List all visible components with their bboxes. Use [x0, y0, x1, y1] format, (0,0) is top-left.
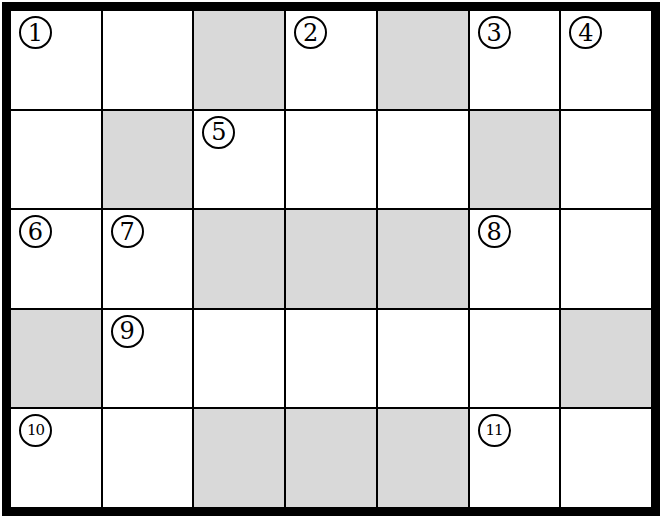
- cell-r4c7: [561, 310, 651, 408]
- clue-number-5: 5: [202, 116, 235, 149]
- cell-r3c5: [378, 210, 468, 308]
- cell-r1c7[interactable]: 4: [561, 11, 651, 109]
- cell-r2c2: [103, 111, 193, 209]
- cell-r2c4[interactable]: [286, 111, 376, 209]
- clue-number-8: 8: [478, 215, 511, 248]
- cell-r4c1: [11, 310, 101, 408]
- cell-r2c7[interactable]: [561, 111, 651, 209]
- cell-r4c6[interactable]: [470, 310, 560, 408]
- clue-number-3: 3: [478, 16, 511, 49]
- cell-r5c3: [194, 409, 284, 507]
- cell-r3c4: [286, 210, 376, 308]
- clue-number-6: 6: [19, 215, 52, 248]
- cell-r2c6: [470, 111, 560, 209]
- cell-r3c6[interactable]: 8: [470, 210, 560, 308]
- cell-r1c3: [194, 11, 284, 109]
- cell-r5c5: [378, 409, 468, 507]
- cell-r3c7[interactable]: [561, 210, 651, 308]
- cell-r1c6[interactable]: 3: [470, 11, 560, 109]
- cell-r5c6[interactable]: 11: [470, 409, 560, 507]
- cell-r1c2[interactable]: [103, 11, 193, 109]
- cell-r4c4[interactable]: [286, 310, 376, 408]
- clue-number-7: 7: [111, 215, 144, 248]
- cell-r3c1[interactable]: 6: [11, 210, 101, 308]
- cell-r3c2[interactable]: 7: [103, 210, 193, 308]
- cell-r1c1[interactable]: 1: [11, 11, 101, 109]
- cell-r2c5[interactable]: [378, 111, 468, 209]
- cell-r2c1[interactable]: [11, 111, 101, 209]
- clue-number-2: 2: [294, 16, 327, 49]
- cell-r5c4: [286, 409, 376, 507]
- cell-r5c1[interactable]: 10: [11, 409, 101, 507]
- clue-number-10: 10: [19, 414, 52, 447]
- cell-r4c3[interactable]: [194, 310, 284, 408]
- crossword-board: 1234567891011: [2, 2, 660, 516]
- cell-r4c5[interactable]: [378, 310, 468, 408]
- clue-number-9: 9: [111, 315, 144, 348]
- clue-number-1: 1: [19, 16, 52, 49]
- cell-r4c2[interactable]: 9: [103, 310, 193, 408]
- clue-number-4: 4: [569, 16, 602, 49]
- cell-r2c3[interactable]: 5: [194, 111, 284, 209]
- clue-number-11: 11: [478, 414, 511, 447]
- cell-r5c7[interactable]: [561, 409, 651, 507]
- cell-r5c2[interactable]: [103, 409, 193, 507]
- cell-r1c5: [378, 11, 468, 109]
- cell-r1c4[interactable]: 2: [286, 11, 376, 109]
- cell-r3c3: [194, 210, 284, 308]
